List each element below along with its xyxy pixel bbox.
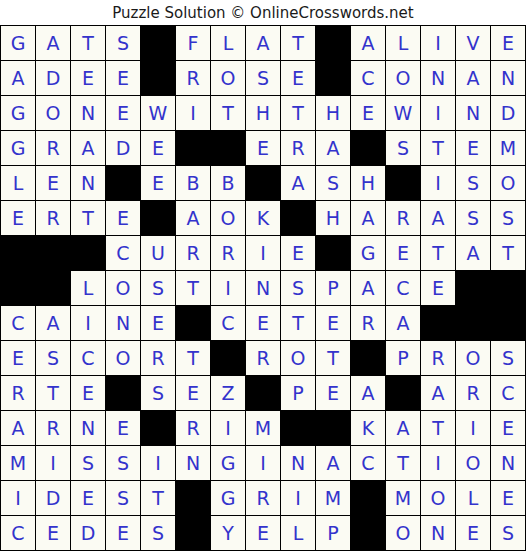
letter-cell: A [316,131,350,165]
black-cell [386,166,420,200]
letter-cell: L [71,271,105,305]
letter-cell: C [491,376,525,410]
black-cell [351,516,385,550]
letter-cell: N [491,61,525,95]
letter-cell: I [246,236,280,270]
letter-cell: I [71,306,105,340]
letter-cell: I [456,411,490,445]
letter-cell: A [386,306,420,340]
letter-cell: O [211,201,245,235]
black-cell [176,481,210,515]
black-cell [281,411,315,445]
crossword-grid: GATSFLATALIVEADEEROSECONANGONEWITHTHEWIN… [0,25,526,551]
letter-cell: F [176,26,210,60]
letter-cell: A [1,61,35,95]
letter-cell: R [211,236,245,270]
letter-cell: C [351,446,385,480]
letter-cell: A [421,376,455,410]
letter-cell: R [176,411,210,445]
letter-cell: B [211,166,245,200]
letter-cell: N [421,61,455,95]
letter-cell: I [36,446,70,480]
black-cell [351,481,385,515]
letter-cell: T [71,201,105,235]
letter-cell: I [281,481,315,515]
letter-cell: E [106,516,140,550]
black-cell [141,201,175,235]
letter-cell: E [246,516,280,550]
page-title: Puzzle Solution © OnlineCrosswords.net [0,0,526,25]
letter-cell: G [211,481,245,515]
letter-cell: E [141,166,175,200]
letter-cell: T [281,306,315,340]
letter-cell: O [456,446,490,480]
letter-cell: E [141,131,175,165]
letter-cell: D [491,96,525,130]
letter-cell: C [106,236,140,270]
letter-cell: M [386,481,420,515]
letter-cell: K [246,201,280,235]
letter-cell: H [316,201,350,235]
letter-cell: Y [211,516,245,550]
letter-cell: E [246,131,280,165]
letter-cell: T [71,26,105,60]
black-cell [421,306,455,340]
letter-cell: B [176,166,210,200]
black-cell [281,201,315,235]
letter-cell: S [491,341,525,375]
letter-cell: L [211,26,245,60]
letter-cell: E [71,376,105,410]
letter-cell: E [316,376,350,410]
letter-cell: R [36,411,70,445]
letter-cell: E [1,201,35,235]
letter-cell: I [421,26,455,60]
letter-cell: L [386,26,420,60]
black-cell [1,236,35,270]
letter-cell: C [386,271,420,305]
letter-cell: R [36,201,70,235]
letter-cell: O [36,96,70,130]
letter-cell: A [351,201,385,235]
black-cell [1,271,35,305]
black-cell [211,131,245,165]
letter-cell: C [351,61,385,95]
letter-cell: P [281,376,315,410]
letter-cell: O [106,341,140,375]
black-cell [246,166,280,200]
black-cell [386,376,420,410]
letter-cell: C [211,306,245,340]
black-cell [106,166,140,200]
letter-cell: T [281,96,315,130]
letter-cell: N [491,446,525,480]
letter-cell: E [456,516,490,550]
letter-cell: A [351,26,385,60]
letter-cell: N [71,166,105,200]
letter-cell: I [421,96,455,130]
letter-cell: E [421,271,455,305]
letter-cell: E [351,96,385,130]
black-cell [106,376,140,410]
letter-cell: R [351,306,385,340]
letter-cell: I [246,446,280,480]
black-cell [456,271,490,305]
black-cell [351,341,385,375]
letter-cell: E [456,131,490,165]
letter-cell: H [246,96,280,130]
black-cell [246,376,280,410]
letter-cell: R [281,131,315,165]
letter-cell: T [211,96,245,130]
letter-cell: D [71,516,105,550]
letter-cell: T [141,481,175,515]
letter-cell: N [176,446,210,480]
letter-cell: M [491,131,525,165]
letter-cell: A [456,61,490,95]
letter-cell: S [36,341,70,375]
letter-cell: P [316,271,350,305]
letter-cell: D [36,61,70,95]
letter-cell: A [246,26,280,60]
letter-cell: N [71,96,105,130]
letter-cell: E [106,96,140,130]
letter-cell: O [211,61,245,95]
letter-cell: R [421,341,455,375]
letter-cell: K [351,411,385,445]
letter-cell: R [246,341,280,375]
letter-cell: T [386,446,420,480]
letter-cell: E [386,236,420,270]
letter-cell: L [456,481,490,515]
letter-cell: A [316,446,350,480]
letter-cell: L [281,516,315,550]
black-cell [316,411,350,445]
letter-cell: A [176,201,210,235]
letter-cell: N [456,96,490,130]
letter-cell: V [456,26,490,60]
letter-cell: P [386,341,420,375]
letter-cell: C [1,516,35,550]
letter-cell: G [1,96,35,130]
letter-cell: R [176,236,210,270]
letter-cell: N [246,271,280,305]
black-cell [316,26,350,60]
letter-cell: A [36,306,70,340]
letter-cell: S [106,481,140,515]
letter-cell: C [1,306,35,340]
letter-cell: A [421,201,455,235]
letter-cell: S [456,166,490,200]
black-cell [141,411,175,445]
black-cell [176,131,210,165]
letter-cell: E [316,306,350,340]
letter-cell: R [1,376,35,410]
black-cell [141,26,175,60]
letter-cell: T [176,341,210,375]
letter-cell: I [421,446,455,480]
letter-cell: I [211,271,245,305]
letter-cell: E [491,26,525,60]
letter-cell: O [456,341,490,375]
letter-cell: O [281,341,315,375]
letter-cell: I [421,166,455,200]
letter-cell: A [456,236,490,270]
letter-cell: T [421,236,455,270]
letter-cell: T [421,131,455,165]
letter-cell: E [36,516,70,550]
letter-cell: E [141,306,175,340]
letter-cell: R [246,481,280,515]
letter-cell: S [106,446,140,480]
letter-cell: D [106,131,140,165]
letter-cell: S [386,131,420,165]
letter-cell: H [351,166,385,200]
letter-cell: E [246,306,280,340]
letter-cell: E [281,61,315,95]
letter-cell: Z [211,376,245,410]
letter-cell: R [176,61,210,95]
letter-cell: N [281,446,315,480]
letter-cell: N [71,411,105,445]
letter-cell: S [141,516,175,550]
black-cell [351,131,385,165]
letter-cell: U [141,236,175,270]
letter-cell: T [36,376,70,410]
puzzle-solution-page: Puzzle Solution © OnlineCrosswords.net G… [0,0,526,551]
letter-cell: E [491,411,525,445]
letter-cell: N [106,306,140,340]
letter-cell: O [386,516,420,550]
letter-cell: A [281,166,315,200]
black-cell [491,306,525,340]
letter-cell: C [71,341,105,375]
letter-cell: P [316,516,350,550]
black-cell [316,61,350,95]
letter-cell: E [491,481,525,515]
letter-cell: G [351,236,385,270]
letter-cell: S [491,516,525,550]
letter-cell: E [106,411,140,445]
black-cell [141,61,175,95]
letter-cell: M [1,446,35,480]
letter-cell: S [456,201,490,235]
letter-cell: G [1,26,35,60]
letter-cell: E [36,166,70,200]
letter-cell: E [71,481,105,515]
letter-cell: O [421,481,455,515]
letter-cell: H [316,96,350,130]
letter-cell: D [36,481,70,515]
letter-cell: S [281,271,315,305]
letter-cell: T [421,411,455,445]
letter-cell: T [316,341,350,375]
black-cell [176,306,210,340]
letter-cell: R [141,341,175,375]
letter-cell: R [456,376,490,410]
letter-cell: E [176,376,210,410]
letter-cell: L [1,166,35,200]
letter-cell: G [211,446,245,480]
letter-cell: W [386,96,420,130]
letter-cell: S [141,271,175,305]
letter-cell: R [36,131,70,165]
letter-cell: A [351,271,385,305]
letter-cell: S [491,201,525,235]
black-cell [36,271,70,305]
black-cell [456,306,490,340]
letter-cell: I [176,96,210,130]
letter-cell: E [1,341,35,375]
letter-cell: E [281,236,315,270]
letter-cell: S [316,166,350,200]
letter-cell: O [106,271,140,305]
letter-cell: A [351,376,385,410]
letter-cell: E [106,201,140,235]
letter-cell: A [386,411,420,445]
letter-cell: M [316,481,350,515]
letter-cell: O [491,166,525,200]
letter-cell: T [491,236,525,270]
letter-cell: I [211,411,245,445]
black-cell [211,341,245,375]
black-cell [176,516,210,550]
letter-cell: S [71,446,105,480]
letter-cell: S [141,376,175,410]
letter-cell: R [386,201,420,235]
letter-cell: I [1,481,35,515]
letter-cell: T [281,26,315,60]
letter-cell: A [1,411,35,445]
black-cell [316,236,350,270]
letter-cell: A [36,26,70,60]
letter-cell: W [141,96,175,130]
letter-cell: G [1,131,35,165]
letter-cell: S [106,26,140,60]
letter-cell: O [386,61,420,95]
letter-cell: A [71,131,105,165]
letter-cell: T [176,271,210,305]
letter-cell: E [106,61,140,95]
letter-cell: S [246,61,280,95]
black-cell [491,271,525,305]
letter-cell: N [421,516,455,550]
letter-cell: E [71,61,105,95]
letter-cell: M [246,411,280,445]
letter-cell: I [141,446,175,480]
black-cell [36,236,70,270]
black-cell [71,236,105,270]
